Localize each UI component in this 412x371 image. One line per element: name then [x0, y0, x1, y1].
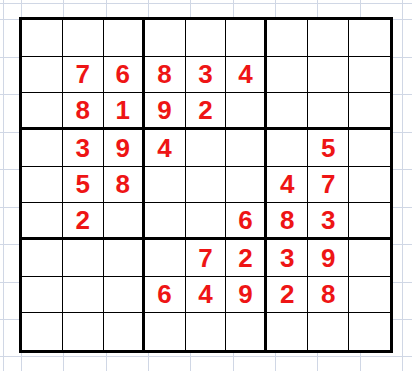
cell-r9c1[interactable] [22, 313, 63, 350]
cell-r2c7[interactable] [267, 57, 308, 94]
cell-r3c5[interactable]: 2 [186, 93, 227, 130]
cell-r9c6[interactable] [226, 313, 267, 350]
cell-r4c7[interactable] [267, 130, 308, 167]
cell-r7c8[interactable]: 9 [308, 240, 349, 277]
cell-r6c1[interactable] [22, 203, 63, 240]
cell-r8c8[interactable]: 8 [308, 277, 349, 314]
cell-r2c6[interactable]: 4 [226, 57, 267, 94]
cell-r5c9[interactable] [349, 167, 390, 204]
cell-r1c3[interactable] [104, 20, 145, 57]
cell-r7c2[interactable] [63, 240, 104, 277]
cell-r3c8[interactable] [308, 93, 349, 130]
cell-r5c6[interactable] [226, 167, 267, 204]
cell-r8c3[interactable] [104, 277, 145, 314]
cell-r3c7[interactable] [267, 93, 308, 130]
cell-r3c2[interactable]: 8 [63, 93, 104, 130]
cell-r8c9[interactable] [349, 277, 390, 314]
cell-r7c9[interactable] [349, 240, 390, 277]
cell-r1c2[interactable] [63, 20, 104, 57]
cell-r9c5[interactable] [186, 313, 227, 350]
cell-r9c4[interactable] [145, 313, 186, 350]
cell-r3c6[interactable] [226, 93, 267, 130]
cell-r3c9[interactable] [349, 93, 390, 130]
cell-r1c5[interactable] [186, 20, 227, 57]
sheet-gridline-h [0, 3, 412, 4]
cell-r7c4[interactable] [145, 240, 186, 277]
cell-r4c8[interactable]: 5 [308, 130, 349, 167]
cell-r1c8[interactable] [308, 20, 349, 57]
cell-r5c2[interactable]: 5 [63, 167, 104, 204]
cell-r8c1[interactable] [22, 277, 63, 314]
cell-r3c4[interactable]: 9 [145, 93, 186, 130]
cell-r6c7[interactable]: 8 [267, 203, 308, 240]
cell-r6c9[interactable] [349, 203, 390, 240]
spreadsheet-background: 768348192394558472683723964928 [0, 0, 412, 371]
cell-r5c8[interactable]: 7 [308, 167, 349, 204]
cell-r4c3[interactable]: 9 [104, 130, 145, 167]
cell-r1c7[interactable] [267, 20, 308, 57]
cell-r2c2[interactable]: 7 [63, 57, 104, 94]
sheet-gridline-v [3, 0, 4, 371]
cell-r8c4[interactable]: 6 [145, 277, 186, 314]
cell-r8c6[interactable]: 9 [226, 277, 267, 314]
cell-r5c3[interactable]: 8 [104, 167, 145, 204]
cell-r7c1[interactable] [22, 240, 63, 277]
sheet-gridline-h [0, 356, 412, 357]
cell-r4c6[interactable] [226, 130, 267, 167]
sudoku-board: 768348192394558472683723964928 [19, 17, 393, 353]
cell-r2c3[interactable]: 6 [104, 57, 145, 94]
cell-r7c7[interactable]: 3 [267, 240, 308, 277]
cell-r1c4[interactable] [145, 20, 186, 57]
cell-r3c3[interactable]: 1 [104, 93, 145, 130]
cell-r4c1[interactable] [22, 130, 63, 167]
sheet-gridline-v [402, 0, 403, 371]
cell-r4c4[interactable]: 4 [145, 130, 186, 167]
cell-r5c5[interactable] [186, 167, 227, 204]
cell-r8c2[interactable] [63, 277, 104, 314]
cell-r4c2[interactable]: 3 [63, 130, 104, 167]
cell-r9c8[interactable] [308, 313, 349, 350]
cell-r9c9[interactable] [349, 313, 390, 350]
cell-r1c1[interactable] [22, 20, 63, 57]
cell-r4c5[interactable] [186, 130, 227, 167]
cell-r4c9[interactable] [349, 130, 390, 167]
cell-r9c7[interactable] [267, 313, 308, 350]
cell-r2c1[interactable] [22, 57, 63, 94]
cell-r5c7[interactable]: 4 [267, 167, 308, 204]
cell-r8c5[interactable]: 4 [186, 277, 227, 314]
cell-r6c4[interactable] [145, 203, 186, 240]
cell-r5c1[interactable] [22, 167, 63, 204]
cell-r2c9[interactable] [349, 57, 390, 94]
cell-r6c5[interactable] [186, 203, 227, 240]
cell-r7c6[interactable]: 2 [226, 240, 267, 277]
cell-r6c8[interactable]: 3 [308, 203, 349, 240]
cell-r3c1[interactable] [22, 93, 63, 130]
cell-r9c3[interactable] [104, 313, 145, 350]
cell-r1c6[interactable] [226, 20, 267, 57]
cell-r2c5[interactable]: 3 [186, 57, 227, 94]
cell-r9c2[interactable] [63, 313, 104, 350]
cell-r2c4[interactable]: 8 [145, 57, 186, 94]
cell-r6c6[interactable]: 6 [226, 203, 267, 240]
cell-r6c3[interactable] [104, 203, 145, 240]
cell-r6c2[interactable]: 2 [63, 203, 104, 240]
cell-r7c5[interactable]: 7 [186, 240, 227, 277]
cell-r5c4[interactable] [145, 167, 186, 204]
cell-r8c7[interactable]: 2 [267, 277, 308, 314]
cell-r7c3[interactable] [104, 240, 145, 277]
cell-r2c8[interactable] [308, 57, 349, 94]
cell-r1c9[interactable] [349, 20, 390, 57]
